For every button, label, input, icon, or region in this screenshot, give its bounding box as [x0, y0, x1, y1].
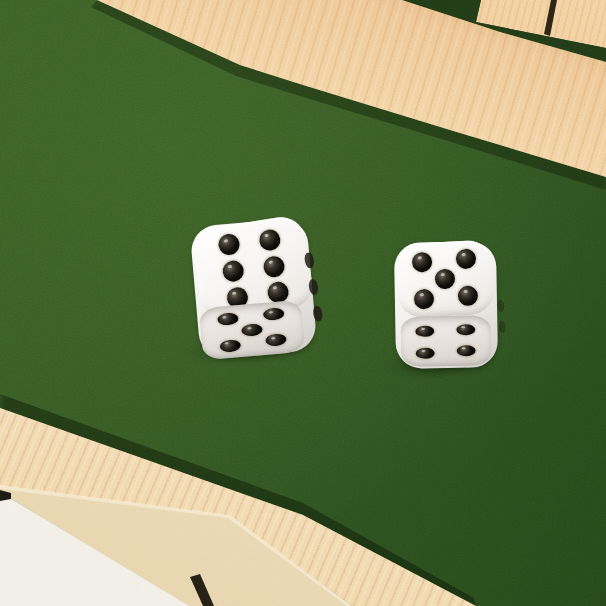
- die-right-front-face-four: [401, 315, 492, 367]
- die-right-side-pips: [497, 300, 506, 333]
- shut-the-box-scene: [0, 0, 606, 606]
- die-right-top-face-five: [395, 240, 495, 319]
- die-left[interactable]: [191, 216, 321, 361]
- die-right[interactable]: [390, 236, 505, 376]
- die-left-front-face-five: [199, 300, 305, 361]
